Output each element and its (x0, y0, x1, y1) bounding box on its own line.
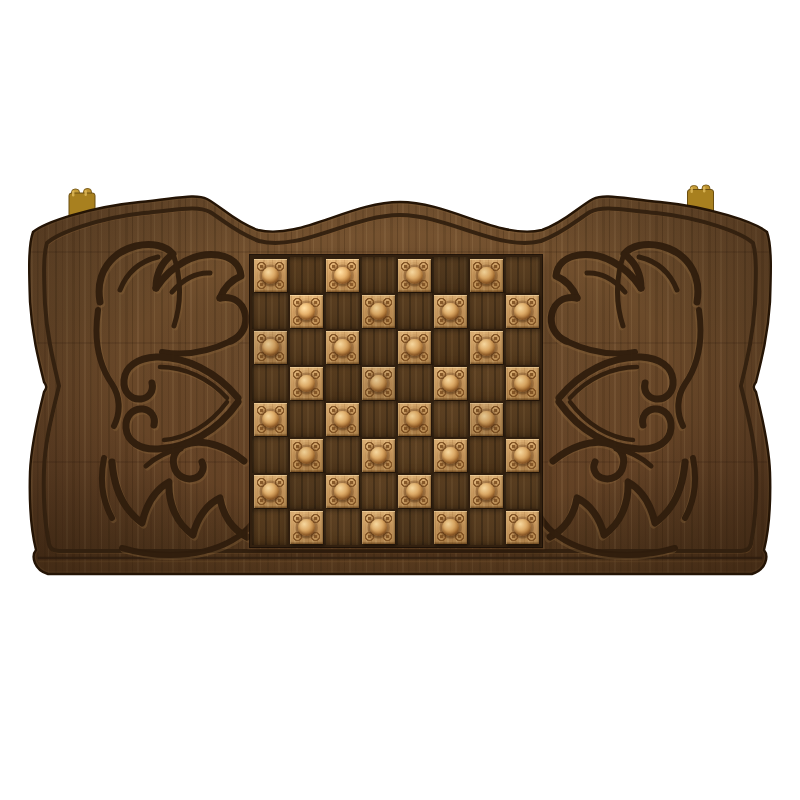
square-c7[interactable] (324, 293, 360, 329)
square-d4[interactable] (360, 401, 396, 437)
square-h3[interactable] (506, 439, 539, 472)
square-a3[interactable] (252, 437, 288, 473)
square-e1[interactable] (396, 509, 432, 545)
chessboard (250, 255, 542, 547)
square-d7[interactable] (362, 295, 395, 328)
square-g3[interactable] (468, 437, 504, 473)
square-b6[interactable] (288, 329, 324, 365)
square-f5[interactable] (434, 367, 467, 400)
square-b7[interactable] (290, 295, 323, 328)
square-g4[interactable] (470, 403, 503, 436)
square-a1[interactable] (252, 509, 288, 545)
square-b8[interactable] (288, 257, 324, 293)
square-f7[interactable] (434, 295, 467, 328)
square-f4[interactable] (432, 401, 468, 437)
square-f8[interactable] (432, 257, 468, 293)
square-g1[interactable] (468, 509, 504, 545)
square-h7[interactable] (506, 295, 539, 328)
square-d5[interactable] (362, 367, 395, 400)
square-h5[interactable] (506, 367, 539, 400)
square-b2[interactable] (288, 473, 324, 509)
square-c4[interactable] (326, 403, 359, 436)
square-g5[interactable] (468, 365, 504, 401)
square-c3[interactable] (324, 437, 360, 473)
square-b3[interactable] (290, 439, 323, 472)
square-a6[interactable] (254, 331, 287, 364)
square-a5[interactable] (252, 365, 288, 401)
square-e8[interactable] (398, 259, 431, 292)
square-c2[interactable] (326, 475, 359, 508)
square-f1[interactable] (434, 511, 467, 544)
square-a8[interactable] (254, 259, 287, 292)
square-c5[interactable] (324, 365, 360, 401)
square-d3[interactable] (362, 439, 395, 472)
square-e5[interactable] (396, 365, 432, 401)
square-h1[interactable] (506, 511, 539, 544)
square-g8[interactable] (470, 259, 503, 292)
square-b4[interactable] (288, 401, 324, 437)
square-f2[interactable] (432, 473, 468, 509)
square-d6[interactable] (360, 329, 396, 365)
square-e2[interactable] (398, 475, 431, 508)
square-g7[interactable] (468, 293, 504, 329)
square-f6[interactable] (432, 329, 468, 365)
square-c1[interactable] (324, 509, 360, 545)
square-a4[interactable] (254, 403, 287, 436)
square-c6[interactable] (326, 331, 359, 364)
square-h8[interactable] (504, 257, 540, 293)
square-h2[interactable] (504, 473, 540, 509)
square-d8[interactable] (360, 257, 396, 293)
square-b5[interactable] (290, 367, 323, 400)
square-d2[interactable] (360, 473, 396, 509)
square-b1[interactable] (290, 511, 323, 544)
square-e4[interactable] (398, 403, 431, 436)
square-g2[interactable] (470, 475, 503, 508)
square-c8[interactable] (326, 259, 359, 292)
square-e6[interactable] (398, 331, 431, 364)
square-h6[interactable] (504, 329, 540, 365)
square-e7[interactable] (396, 293, 432, 329)
square-a2[interactable] (254, 475, 287, 508)
square-d1[interactable] (362, 511, 395, 544)
square-g6[interactable] (470, 331, 503, 364)
square-e3[interactable] (396, 437, 432, 473)
square-a7[interactable] (252, 293, 288, 329)
board-photo (0, 0, 800, 800)
square-h4[interactable] (504, 401, 540, 437)
square-f3[interactable] (434, 439, 467, 472)
